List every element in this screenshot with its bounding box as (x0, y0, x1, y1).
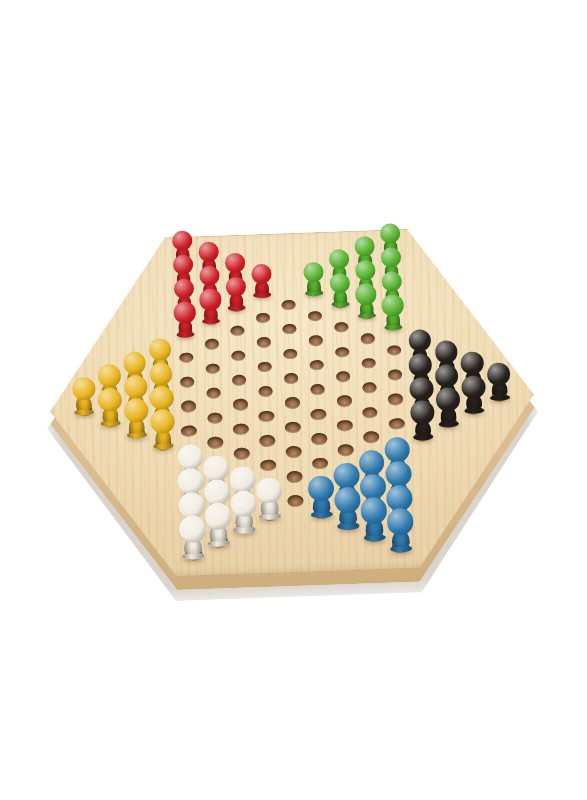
peg-yellow[interactable] (124, 398, 149, 438)
peg-red[interactable] (174, 302, 197, 338)
peg-head (123, 375, 147, 399)
peg-head (385, 437, 411, 463)
product-photo (0, 0, 587, 800)
peg-head (149, 338, 172, 361)
peg-head (251, 263, 272, 284)
peg-blue[interactable] (334, 486, 362, 530)
chinese-checkers-board (44, 225, 540, 582)
peg-head (229, 466, 255, 492)
peg-white[interactable] (230, 490, 258, 534)
peg-head (179, 515, 207, 543)
peg-black[interactable] (436, 388, 461, 428)
peg-head (385, 461, 411, 487)
peg-head (410, 400, 435, 425)
peg-head (123, 351, 146, 374)
peg-head (173, 278, 195, 300)
peg-head (98, 388, 122, 412)
peg-head (199, 289, 221, 311)
peg-head (435, 340, 458, 363)
peg-green[interactable] (303, 262, 325, 297)
peg-head (203, 455, 229, 481)
peg-yellow[interactable] (98, 388, 123, 428)
peg-blue[interactable] (360, 497, 388, 541)
peg-head (178, 468, 204, 494)
peg-red[interactable] (199, 289, 221, 325)
peg-yellow[interactable] (150, 409, 175, 450)
peg-head (150, 409, 175, 434)
peg-head (334, 486, 361, 513)
peg-head (225, 252, 246, 273)
peg-head (354, 236, 375, 257)
peg-green[interactable] (355, 283, 377, 319)
peg-head (355, 283, 377, 305)
peg-head (436, 388, 461, 413)
peg-green[interactable] (381, 294, 404, 330)
peg-head (487, 362, 511, 386)
peg-head (198, 241, 219, 262)
peg-red[interactable] (251, 263, 273, 298)
peg-head (360, 473, 387, 500)
peg-head (329, 272, 351, 294)
peg-head (71, 377, 95, 401)
peg-head (333, 463, 359, 489)
peg-head (204, 503, 231, 530)
peg-black[interactable] (461, 375, 486, 415)
peg-head (381, 271, 403, 293)
peg-black[interactable] (487, 362, 512, 401)
peg-head (380, 247, 401, 268)
peg-head (409, 377, 433, 401)
peg-white[interactable] (256, 477, 283, 520)
peg-head (380, 223, 400, 243)
peg-head (328, 249, 349, 270)
peg-head (355, 260, 376, 281)
peg-black[interactable] (410, 400, 435, 441)
peg-blue[interactable] (386, 508, 414, 553)
peg-red[interactable] (225, 276, 247, 311)
peg-head (303, 262, 324, 283)
peg-head (381, 294, 403, 316)
pegs-layer (44, 225, 540, 582)
peg-head (308, 475, 335, 502)
peg-yellow[interactable] (71, 377, 96, 416)
peg-head (150, 386, 174, 410)
peg-head (174, 302, 196, 324)
peg-head (386, 508, 414, 536)
peg-head (359, 450, 385, 476)
peg-head (408, 329, 431, 352)
peg-white[interactable] (204, 503, 232, 547)
peg-head (97, 364, 121, 388)
peg-head (124, 398, 149, 423)
peg-head (225, 276, 247, 298)
peg-head (230, 490, 257, 517)
peg-blue[interactable] (308, 475, 335, 518)
peg-head (409, 353, 433, 377)
peg-head (360, 497, 387, 524)
peg-head (172, 230, 192, 250)
peg-head (149, 362, 173, 386)
peg-head (199, 265, 220, 286)
peg-head (177, 444, 203, 470)
peg-head (435, 364, 459, 388)
peg-head (461, 351, 485, 375)
peg-head (173, 254, 194, 275)
peg-head (256, 477, 283, 504)
peg-head (204, 479, 231, 506)
peg-white[interactable] (179, 515, 207, 560)
peg-head (461, 375, 485, 399)
peg-green[interactable] (329, 272, 351, 307)
